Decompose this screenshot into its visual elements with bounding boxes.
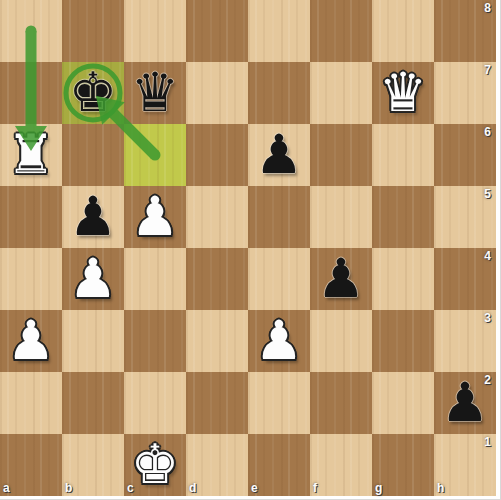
- piece-white-rook[interactable]: ♜: [0, 124, 62, 186]
- square-g4[interactable]: [372, 248, 434, 310]
- square-g6[interactable]: [372, 124, 434, 186]
- square-h1[interactable]: [434, 434, 496, 496]
- square-h7[interactable]: [434, 62, 496, 124]
- square-h2[interactable]: ♟: [434, 372, 496, 434]
- square-a4[interactable]: [0, 248, 62, 310]
- piece-white-pawn[interactable]: ♟: [0, 310, 62, 372]
- square-c7[interactable]: ♛: [124, 62, 186, 124]
- square-h4[interactable]: [434, 248, 496, 310]
- square-c2[interactable]: [124, 372, 186, 434]
- square-a5[interactable]: [0, 186, 62, 248]
- square-h3[interactable]: [434, 310, 496, 372]
- square-c3[interactable]: [124, 310, 186, 372]
- square-g2[interactable]: [372, 372, 434, 434]
- square-f3[interactable]: [310, 310, 372, 372]
- square-e4[interactable]: [248, 248, 310, 310]
- piece-black-pawn[interactable]: ♟: [62, 186, 124, 248]
- square-g5[interactable]: [372, 186, 434, 248]
- square-d6[interactable]: [186, 124, 248, 186]
- piece-white-king[interactable]: ♚: [124, 434, 186, 496]
- square-f1[interactable]: [310, 434, 372, 496]
- square-a2[interactable]: [0, 372, 62, 434]
- square-f5[interactable]: [310, 186, 372, 248]
- square-a3[interactable]: ♟: [0, 310, 62, 372]
- square-e2[interactable]: [248, 372, 310, 434]
- board-squares-grid: ♚♛♛♜♟♟♟♟♟♟♟♟♚: [0, 0, 496, 496]
- square-e5[interactable]: [248, 186, 310, 248]
- square-a6[interactable]: ♜: [0, 124, 62, 186]
- square-b2[interactable]: [62, 372, 124, 434]
- piece-black-pawn[interactable]: ♟: [310, 248, 372, 310]
- piece-white-pawn[interactable]: ♟: [62, 248, 124, 310]
- square-e1[interactable]: [248, 434, 310, 496]
- square-g8[interactable]: [372, 0, 434, 62]
- square-h6[interactable]: [434, 124, 496, 186]
- square-f8[interactable]: [310, 0, 372, 62]
- square-e7[interactable]: [248, 62, 310, 124]
- square-b8[interactable]: [62, 0, 124, 62]
- square-g7[interactable]: ♛: [372, 62, 434, 124]
- square-d2[interactable]: [186, 372, 248, 434]
- square-b4[interactable]: ♟: [62, 248, 124, 310]
- square-d8[interactable]: [186, 0, 248, 62]
- square-d5[interactable]: [186, 186, 248, 248]
- square-e3[interactable]: ♟: [248, 310, 310, 372]
- square-b6[interactable]: [62, 124, 124, 186]
- square-b3[interactable]: [62, 310, 124, 372]
- piece-white-queen[interactable]: ♛: [372, 62, 434, 124]
- piece-black-queen[interactable]: ♛: [124, 62, 186, 124]
- piece-black-king[interactable]: ♚: [62, 62, 124, 124]
- piece-black-pawn[interactable]: ♟: [248, 124, 310, 186]
- square-c1[interactable]: ♚: [124, 434, 186, 496]
- square-d3[interactable]: [186, 310, 248, 372]
- square-b7[interactable]: ♚: [62, 62, 124, 124]
- square-g1[interactable]: [372, 434, 434, 496]
- square-b1[interactable]: [62, 434, 124, 496]
- square-a1[interactable]: [0, 434, 62, 496]
- square-e6[interactable]: ♟: [248, 124, 310, 186]
- piece-white-pawn[interactable]: ♟: [124, 186, 186, 248]
- chess-board: ♚♛♛♜♟♟♟♟♟♟♟♟♚ 87654321abcdefgh: [0, 0, 496, 496]
- square-c4[interactable]: [124, 248, 186, 310]
- square-g3[interactable]: [372, 310, 434, 372]
- square-c5[interactable]: ♟: [124, 186, 186, 248]
- square-d1[interactable]: [186, 434, 248, 496]
- square-f2[interactable]: [310, 372, 372, 434]
- square-d7[interactable]: [186, 62, 248, 124]
- square-f6[interactable]: [310, 124, 372, 186]
- piece-black-pawn[interactable]: ♟: [434, 372, 496, 434]
- chess-app-screenshot: ♚♛♛♜♟♟♟♟♟♟♟♟♚ 87654321abcdefgh: [0, 0, 501, 500]
- square-h8[interactable]: [434, 0, 496, 62]
- square-b5[interactable]: ♟: [62, 186, 124, 248]
- square-c6[interactable]: [124, 124, 186, 186]
- piece-white-pawn[interactable]: ♟: [248, 310, 310, 372]
- square-h5[interactable]: [434, 186, 496, 248]
- square-e8[interactable]: [248, 0, 310, 62]
- square-d4[interactable]: [186, 248, 248, 310]
- square-a8[interactable]: [0, 0, 62, 62]
- square-f4[interactable]: ♟: [310, 248, 372, 310]
- square-a7[interactable]: [0, 62, 62, 124]
- square-c8[interactable]: [124, 0, 186, 62]
- square-f7[interactable]: [310, 62, 372, 124]
